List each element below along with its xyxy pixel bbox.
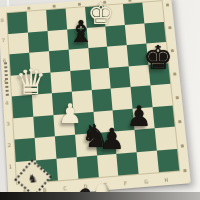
grommet-dot bbox=[181, 144, 184, 147]
grommet-dot bbox=[173, 72, 176, 75]
rank-label-6: 6 bbox=[3, 59, 6, 64]
square-c2[interactable] bbox=[55, 135, 77, 159]
square-h1[interactable] bbox=[157, 148, 179, 172]
grommet-dot bbox=[128, 0, 131, 2]
square-b3[interactable] bbox=[33, 115, 54, 138]
square-a3[interactable] bbox=[13, 116, 34, 139]
photo-frame: ♞ ABCDEFGH87654321 ♚♝♚♛♟♞♟♟ bbox=[0, 0, 200, 200]
black-bishop-d7[interactable]: ♝ bbox=[68, 17, 95, 47]
square-e5[interactable] bbox=[90, 67, 111, 90]
grommet-dot bbox=[166, 3, 169, 6]
square-g8[interactable] bbox=[123, 3, 144, 25]
grommet-dot bbox=[178, 120, 181, 123]
black-pawn-e3[interactable]: ♟ bbox=[99, 125, 125, 154]
square-h8[interactable] bbox=[142, 1, 163, 23]
square-g1[interactable] bbox=[137, 150, 159, 174]
square-a7[interactable] bbox=[8, 32, 29, 54]
rank-label-5: 5 bbox=[4, 80, 7, 85]
rank-label-7: 7 bbox=[2, 38, 5, 43]
square-e6[interactable] bbox=[88, 47, 109, 69]
square-h3[interactable] bbox=[153, 105, 175, 128]
grommet-dot bbox=[53, 5, 56, 8]
square-d1[interactable] bbox=[76, 155, 98, 179]
rank-label-3: 3 bbox=[6, 122, 9, 127]
square-a8[interactable] bbox=[7, 12, 28, 34]
square-h4[interactable] bbox=[151, 84, 173, 107]
white-queen-a5[interactable]: ♛ bbox=[15, 65, 46, 100]
black-pawn-g3[interactable]: ♟ bbox=[126, 103, 151, 131]
grommet-dot bbox=[78, 3, 81, 6]
grommet-dot bbox=[27, 7, 30, 10]
grommet-dot bbox=[176, 96, 179, 99]
square-c8[interactable] bbox=[46, 9, 67, 31]
square-d6[interactable] bbox=[68, 48, 89, 70]
square-f5[interactable] bbox=[109, 66, 131, 89]
black-king-h6[interactable]: ♚ bbox=[143, 41, 173, 74]
square-c6[interactable] bbox=[49, 50, 70, 72]
grommet-dot bbox=[183, 169, 186, 172]
white-pawn-b4[interactable]: ♟ bbox=[58, 100, 82, 127]
square-c1[interactable] bbox=[56, 157, 78, 181]
square-a2[interactable] bbox=[14, 138, 36, 162]
square-h2[interactable] bbox=[155, 127, 177, 150]
file-label-h: H bbox=[164, 178, 166, 183]
square-b2[interactable] bbox=[35, 136, 57, 160]
square-b7[interactable] bbox=[28, 31, 49, 53]
file-label-g: G bbox=[144, 180, 146, 185]
square-d5[interactable] bbox=[70, 69, 91, 92]
table-edge-shadow bbox=[0, 192, 200, 200]
square-c5[interactable] bbox=[50, 71, 71, 94]
rank-label-1: 1 bbox=[9, 165, 13, 170]
rank-label-4: 4 bbox=[5, 100, 8, 105]
file-label-c: C bbox=[63, 186, 64, 191]
grommet-dot bbox=[168, 26, 171, 29]
square-e1[interactable] bbox=[97, 153, 119, 177]
rank-label-8: 8 bbox=[1, 18, 4, 23]
file-label-f: F bbox=[124, 181, 125, 186]
knight-logo-glyph: ♞ bbox=[28, 171, 39, 185]
square-e4[interactable] bbox=[91, 88, 113, 111]
square-f6[interactable] bbox=[107, 45, 128, 67]
square-b8[interactable] bbox=[26, 10, 47, 32]
rank-label-2: 2 bbox=[8, 143, 12, 148]
square-c7[interactable] bbox=[47, 29, 68, 51]
